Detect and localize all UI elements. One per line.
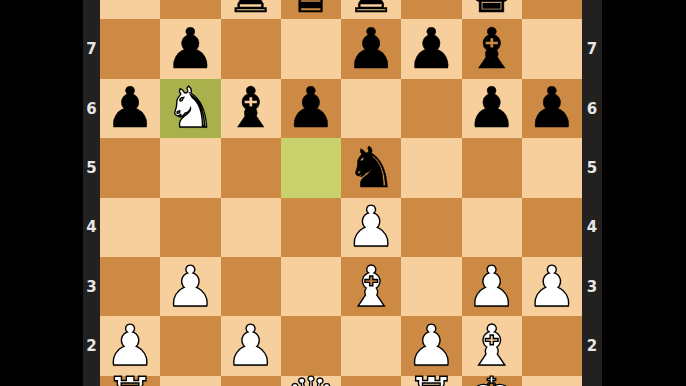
square-f7[interactable]: ♟ [401, 19, 461, 78]
piece-white-king-g1[interactable]: ♚ [467, 370, 517, 386]
square-b6[interactable]: ♞ [160, 79, 220, 138]
square-c4[interactable] [221, 198, 281, 257]
square-e7[interactable]: ♟ [341, 19, 401, 78]
square-h8[interactable] [522, 0, 582, 19]
rank-coordinates-right: 765432 [582, 0, 602, 386]
piece-black-pawn-e7[interactable]: ♟ [346, 21, 396, 77]
piece-black-knight-e5[interactable]: ♞ [346, 140, 396, 196]
square-e3[interactable]: ♝ [341, 257, 401, 316]
rank-label-left-2: 2 [83, 339, 100, 354]
square-d4[interactable] [281, 198, 341, 257]
rank-label-left-7: 7 [83, 42, 100, 57]
piece-black-bishop-g7[interactable]: ♝ [467, 21, 517, 77]
square-b4[interactable] [160, 198, 220, 257]
square-h3[interactable]: ♟ [522, 257, 582, 316]
square-a3[interactable] [100, 257, 160, 316]
square-a7[interactable] [100, 19, 160, 78]
piece-white-bishop-e3[interactable]: ♝ [346, 259, 396, 315]
square-f3[interactable] [401, 257, 461, 316]
square-c5[interactable] [221, 138, 281, 197]
piece-black-rook-c8[interactable]: ♜ [226, 0, 276, 21]
square-h5[interactable] [522, 138, 582, 197]
piece-white-rook-f1[interactable]: ♜ [406, 370, 456, 386]
video-frame: 765432 ♜♛♜♚♟♟♟♝♟♞♝♟♟♟♞♟♟♝♟♟♟♟♟♝♜♛♜♚ 7654… [0, 0, 686, 386]
square-c7[interactable] [221, 19, 281, 78]
square-h4[interactable] [522, 198, 582, 257]
piece-black-rook-e8[interactable]: ♜ [346, 0, 396, 21]
square-c6[interactable]: ♝ [221, 79, 281, 138]
square-a1[interactable]: ♜ [100, 376, 160, 386]
rank-label-right-3: 3 [582, 279, 602, 294]
square-d1[interactable]: ♛ [281, 376, 341, 386]
letterbox-right [602, 0, 686, 386]
square-d3[interactable] [281, 257, 341, 316]
square-c3[interactable] [221, 257, 281, 316]
square-a4[interactable] [100, 198, 160, 257]
square-c1[interactable] [221, 376, 281, 386]
piece-black-pawn-g6[interactable]: ♟ [467, 80, 517, 136]
square-e6[interactable] [341, 79, 401, 138]
chess-board[interactable]: ♜♛♜♚♟♟♟♝♟♞♝♟♟♟♞♟♟♝♟♟♟♟♟♝♜♛♜♚ [100, 0, 582, 386]
piece-white-pawn-h3[interactable]: ♟ [527, 259, 577, 315]
square-f5[interactable] [401, 138, 461, 197]
piece-black-queen-d8[interactable]: ♛ [286, 0, 336, 21]
rank-label-right-7: 7 [582, 42, 602, 57]
piece-black-pawn-a6[interactable]: ♟ [105, 80, 155, 136]
square-d7[interactable] [281, 19, 341, 78]
square-g1[interactable]: ♚ [462, 376, 522, 386]
rank-label-left-4: 4 [83, 220, 100, 235]
piece-white-pawn-e4[interactable]: ♟ [346, 199, 396, 255]
square-a5[interactable] [100, 138, 160, 197]
letterbox-left [0, 0, 83, 386]
piece-black-bishop-c6[interactable]: ♝ [226, 80, 276, 136]
square-g7[interactable]: ♝ [462, 19, 522, 78]
rank-label-left-5: 5 [83, 160, 100, 175]
piece-white-pawn-b3[interactable]: ♟ [165, 259, 215, 315]
piece-black-pawn-b7[interactable]: ♟ [165, 21, 215, 77]
square-h1[interactable] [522, 376, 582, 386]
square-e2[interactable] [341, 316, 401, 375]
square-g8[interactable]: ♚ [462, 0, 522, 19]
rank-label-right-6: 6 [582, 101, 602, 116]
rank-label-left-3: 3 [83, 279, 100, 294]
piece-white-pawn-g3[interactable]: ♟ [467, 259, 517, 315]
square-g6[interactable]: ♟ [462, 79, 522, 138]
square-a6[interactable]: ♟ [100, 79, 160, 138]
piece-white-rook-a1[interactable]: ♜ [105, 370, 155, 386]
square-d6[interactable]: ♟ [281, 79, 341, 138]
rank-coordinates-left: 765432 [83, 0, 100, 386]
piece-black-pawn-d6[interactable]: ♟ [286, 80, 336, 136]
square-e8[interactable]: ♜ [341, 0, 401, 19]
rank-label-right-2: 2 [582, 339, 602, 354]
square-b1[interactable] [160, 376, 220, 386]
square-c2[interactable]: ♟ [221, 316, 281, 375]
square-c8[interactable]: ♜ [221, 0, 281, 19]
square-d5[interactable] [281, 138, 341, 197]
rank-label-right-5: 5 [582, 160, 602, 175]
square-e5[interactable]: ♞ [341, 138, 401, 197]
square-f4[interactable] [401, 198, 461, 257]
rank-label-left-6: 6 [83, 101, 100, 116]
piece-black-king-g8[interactable]: ♚ [467, 0, 517, 21]
square-h2[interactable] [522, 316, 582, 375]
square-g4[interactable] [462, 198, 522, 257]
square-g3[interactable]: ♟ [462, 257, 522, 316]
square-h6[interactable]: ♟ [522, 79, 582, 138]
piece-white-queen-d1[interactable]: ♛ [286, 370, 336, 386]
square-e1[interactable] [341, 376, 401, 386]
square-b7[interactable]: ♟ [160, 19, 220, 78]
square-e4[interactable]: ♟ [341, 198, 401, 257]
square-b2[interactable] [160, 316, 220, 375]
square-d8[interactable]: ♛ [281, 0, 341, 19]
square-h7[interactable] [522, 19, 582, 78]
square-f6[interactable] [401, 79, 461, 138]
piece-white-knight-b6[interactable]: ♞ [165, 80, 215, 136]
piece-white-pawn-c2[interactable]: ♟ [226, 318, 276, 374]
square-g5[interactable] [462, 138, 522, 197]
square-a8[interactable] [100, 0, 160, 19]
rank-label-right-4: 4 [582, 220, 602, 235]
piece-black-pawn-h6[interactable]: ♟ [527, 80, 577, 136]
square-f1[interactable]: ♜ [401, 376, 461, 386]
piece-black-pawn-f7[interactable]: ♟ [406, 21, 456, 77]
square-b3[interactable]: ♟ [160, 257, 220, 316]
square-b5[interactable] [160, 138, 220, 197]
